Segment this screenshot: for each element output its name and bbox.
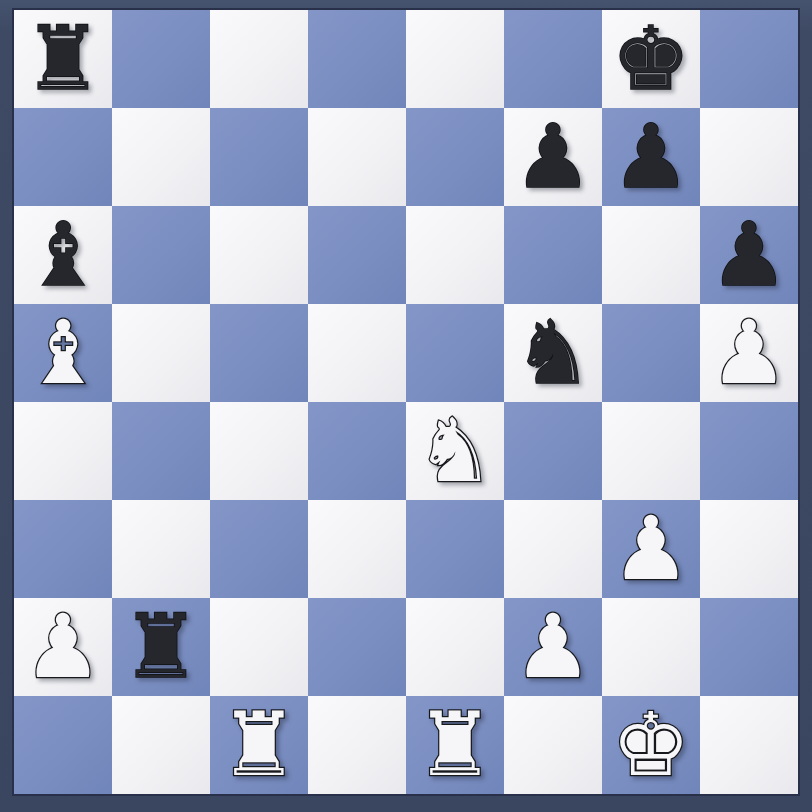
piece-black-rook[interactable]: ♜ — [24, 10, 103, 108]
square-g5[interactable] — [602, 304, 700, 402]
square-g4[interactable] — [602, 402, 700, 500]
square-b4[interactable] — [112, 402, 210, 500]
square-f5[interactable]: ♞ — [504, 304, 602, 402]
piece-white-pawn[interactable]: ♟ — [24, 598, 103, 696]
square-d5[interactable] — [308, 304, 406, 402]
square-d7[interactable] — [308, 108, 406, 206]
square-b6[interactable] — [112, 206, 210, 304]
square-g2[interactable] — [602, 598, 700, 696]
square-a6[interactable]: ♝ — [14, 206, 112, 304]
square-b8[interactable] — [112, 10, 210, 108]
square-d2[interactable] — [308, 598, 406, 696]
piece-black-knight[interactable]: ♞ — [514, 304, 593, 402]
piece-black-pawn[interactable]: ♟ — [612, 108, 691, 206]
piece-white-king[interactable]: ♚ — [612, 696, 691, 794]
square-h7[interactable] — [700, 108, 798, 206]
square-b5[interactable] — [112, 304, 210, 402]
square-h6[interactable]: ♟ — [700, 206, 798, 304]
piece-white-rook[interactable]: ♜ — [220, 696, 299, 794]
square-f8[interactable] — [504, 10, 602, 108]
square-c1[interactable]: ♜ — [210, 696, 308, 794]
square-f1[interactable] — [504, 696, 602, 794]
square-b2[interactable]: ♜ — [112, 598, 210, 696]
square-b3[interactable] — [112, 500, 210, 598]
piece-black-king[interactable]: ♚ — [612, 10, 691, 108]
square-a5[interactable]: ♝ — [14, 304, 112, 402]
square-e4[interactable]: ♞ — [406, 402, 504, 500]
piece-black-pawn[interactable]: ♟ — [710, 206, 789, 304]
square-h8[interactable] — [700, 10, 798, 108]
square-e1[interactable]: ♜ — [406, 696, 504, 794]
square-h5[interactable]: ♟ — [700, 304, 798, 402]
piece-white-rook[interactable]: ♜ — [416, 696, 495, 794]
square-c6[interactable] — [210, 206, 308, 304]
square-c4[interactable] — [210, 402, 308, 500]
square-e3[interactable] — [406, 500, 504, 598]
square-c7[interactable] — [210, 108, 308, 206]
square-f2[interactable]: ♟ — [504, 598, 602, 696]
square-c3[interactable] — [210, 500, 308, 598]
square-d4[interactable] — [308, 402, 406, 500]
piece-black-bishop[interactable]: ♝ — [24, 206, 103, 304]
chess-board: ♜♚♟♟♝♟♝♞♟♞♟♟♜♟♜♜♚ — [14, 10, 798, 794]
square-e6[interactable] — [406, 206, 504, 304]
square-e7[interactable] — [406, 108, 504, 206]
square-e2[interactable] — [406, 598, 504, 696]
piece-white-pawn[interactable]: ♟ — [710, 304, 789, 402]
square-d1[interactable] — [308, 696, 406, 794]
piece-white-pawn[interactable]: ♟ — [612, 500, 691, 598]
square-g6[interactable] — [602, 206, 700, 304]
square-d8[interactable] — [308, 10, 406, 108]
chess-board-frame: ♜♚♟♟♝♟♝♞♟♞♟♟♜♟♜♜♚ — [0, 0, 812, 812]
piece-white-pawn[interactable]: ♟ — [514, 598, 593, 696]
square-c5[interactable] — [210, 304, 308, 402]
square-g1[interactable]: ♚ — [602, 696, 700, 794]
piece-white-knight[interactable]: ♞ — [416, 402, 495, 500]
square-f6[interactable] — [504, 206, 602, 304]
square-e8[interactable] — [406, 10, 504, 108]
square-h2[interactable] — [700, 598, 798, 696]
square-b1[interactable] — [112, 696, 210, 794]
square-g7[interactable]: ♟ — [602, 108, 700, 206]
square-a7[interactable] — [14, 108, 112, 206]
piece-white-bishop[interactable]: ♝ — [24, 304, 103, 402]
square-h4[interactable] — [700, 402, 798, 500]
piece-black-pawn[interactable]: ♟ — [514, 108, 593, 206]
square-f4[interactable] — [504, 402, 602, 500]
square-f3[interactable] — [504, 500, 602, 598]
square-c2[interactable] — [210, 598, 308, 696]
square-f7[interactable]: ♟ — [504, 108, 602, 206]
square-g3[interactable]: ♟ — [602, 500, 700, 598]
square-g8[interactable]: ♚ — [602, 10, 700, 108]
square-c8[interactable] — [210, 10, 308, 108]
square-b7[interactable] — [112, 108, 210, 206]
square-a1[interactable] — [14, 696, 112, 794]
square-a8[interactable]: ♜ — [14, 10, 112, 108]
square-d3[interactable] — [308, 500, 406, 598]
square-d6[interactable] — [308, 206, 406, 304]
square-h3[interactable] — [700, 500, 798, 598]
square-e5[interactable] — [406, 304, 504, 402]
square-a3[interactable] — [14, 500, 112, 598]
square-a4[interactable] — [14, 402, 112, 500]
square-h1[interactable] — [700, 696, 798, 794]
piece-black-rook[interactable]: ♜ — [122, 598, 201, 696]
square-a2[interactable]: ♟ — [14, 598, 112, 696]
